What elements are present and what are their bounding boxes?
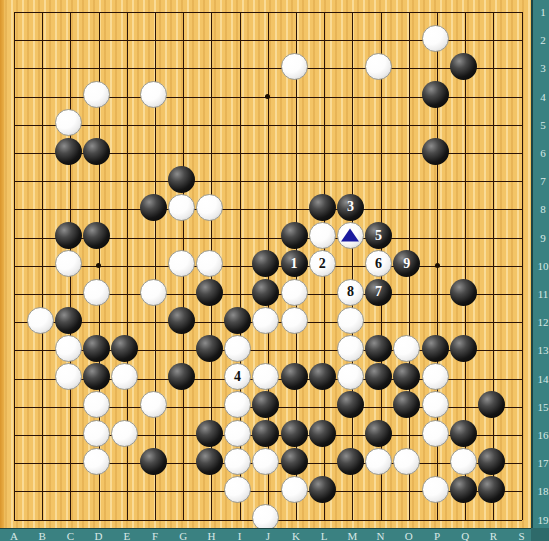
coord-label-row-18: 18: [538, 486, 549, 497]
stone-white-O17[interactable]: [393, 448, 420, 475]
stone-black-J11[interactable]: [252, 279, 279, 306]
stone-black-P13[interactable]: [422, 335, 449, 362]
stone-black-K9[interactable]: [281, 222, 308, 249]
coord-label-row-3: 3: [540, 63, 546, 74]
stone-black-K16[interactable]: [281, 420, 308, 447]
move-number-label: 8: [347, 285, 354, 299]
coord-label-row-4: 4: [540, 91, 546, 102]
star-point: [96, 263, 101, 268]
stone-black-C9[interactable]: [55, 222, 82, 249]
stone-black-C12[interactable]: [55, 307, 82, 334]
coord-label-row-12: 12: [538, 317, 549, 328]
coord-label-column-D: D: [95, 531, 103, 541]
coord-label-row-11: 11: [538, 289, 549, 300]
stone-white-J14[interactable]: [252, 363, 279, 390]
stone-white-K18[interactable]: [281, 476, 308, 503]
coord-label-row-9: 9: [540, 232, 546, 243]
stone-black-N16[interactable]: [365, 420, 392, 447]
stone-white-M11[interactable]: 8: [337, 279, 364, 306]
move-number-label: 1: [291, 256, 298, 270]
stone-white-D15[interactable]: [83, 391, 110, 418]
stone-black-Q16[interactable]: [450, 420, 477, 447]
stone-black-M17[interactable]: [337, 448, 364, 475]
coord-label-column-F: F: [152, 531, 158, 541]
stone-black-H13[interactable]: [196, 335, 223, 362]
stone-white-N10[interactable]: 6: [365, 250, 392, 277]
coord-label-column-E: E: [123, 531, 130, 541]
stone-black-R17[interactable]: [478, 448, 505, 475]
star-point: [435, 263, 440, 268]
stone-white-C14[interactable]: [55, 363, 82, 390]
coord-label-row-10: 10: [538, 260, 549, 271]
stone-white-J12[interactable]: [252, 307, 279, 334]
coord-label-row-5: 5: [540, 119, 546, 130]
coord-label-row-16: 16: [538, 430, 549, 441]
coord-label-column-P: P: [434, 531, 440, 541]
stone-white-P2[interactable]: [422, 25, 449, 52]
coordinate-strip-corner: [531, 528, 549, 541]
stone-white-C13[interactable]: [55, 335, 82, 362]
stone-white-G10[interactable]: [168, 250, 195, 277]
stone-white-Q17[interactable]: [450, 448, 477, 475]
stone-white-D16[interactable]: [83, 420, 110, 447]
move-number-label: 2: [319, 256, 326, 270]
stone-white-F11[interactable]: [140, 279, 167, 306]
stone-black-K10[interactable]: 1: [281, 250, 308, 277]
coord-label-column-I: I: [238, 531, 242, 541]
coord-label-row-6: 6: [540, 148, 546, 159]
move-number-label: 3: [347, 200, 354, 214]
stone-white-F15[interactable]: [140, 391, 167, 418]
stone-white-M9[interactable]: [337, 222, 364, 249]
stone-black-K17[interactable]: [281, 448, 308, 475]
stone-white-P16[interactable]: [422, 420, 449, 447]
stone-white-I16[interactable]: [224, 420, 251, 447]
coord-label-column-R: R: [490, 531, 497, 541]
stone-black-H11[interactable]: [196, 279, 223, 306]
grid-line-vertical: [493, 12, 494, 520]
stone-black-P4[interactable]: [422, 81, 449, 108]
stone-black-R18[interactable]: [478, 476, 505, 503]
stone-black-L16[interactable]: [309, 420, 336, 447]
stone-white-H8[interactable]: [196, 194, 223, 221]
coord-label-row-1: 1: [540, 7, 546, 18]
stone-white-E14[interactable]: [111, 363, 138, 390]
stone-white-D11[interactable]: [83, 279, 110, 306]
coord-label-column-H: H: [207, 531, 215, 541]
stone-white-I17[interactable]: [224, 448, 251, 475]
coord-label-column-M: M: [348, 531, 358, 541]
stone-white-C5[interactable]: [55, 109, 82, 136]
stone-black-M8[interactable]: 3: [337, 194, 364, 221]
stone-black-O10[interactable]: 9: [393, 250, 420, 277]
move-number-label: 9: [403, 256, 410, 270]
star-point: [265, 94, 270, 99]
stone-black-L18[interactable]: [309, 476, 336, 503]
stone-black-J15[interactable]: [252, 391, 279, 418]
stone-black-O14[interactable]: [393, 363, 420, 390]
stone-black-I12[interactable]: [224, 307, 251, 334]
stone-white-I14[interactable]: 4: [224, 363, 251, 390]
coord-label-column-O: O: [405, 531, 413, 541]
stone-black-O15[interactable]: [393, 391, 420, 418]
stone-white-P18[interactable]: [422, 476, 449, 503]
stone-white-N3[interactable]: [365, 53, 392, 80]
stone-white-I13[interactable]: [224, 335, 251, 362]
stone-white-G8[interactable]: [168, 194, 195, 221]
stone-black-G14[interactable]: [168, 363, 195, 390]
stone-white-L9[interactable]: [309, 222, 336, 249]
stone-black-M15[interactable]: [337, 391, 364, 418]
coord-label-column-G: G: [179, 531, 187, 541]
grid-line-vertical: [352, 12, 353, 520]
stone-black-J10[interactable]: [252, 250, 279, 277]
coord-label-row-2: 2: [540, 35, 546, 46]
stone-white-H10[interactable]: [196, 250, 223, 277]
stone-white-J17[interactable]: [252, 448, 279, 475]
move-number-label: 4: [234, 369, 241, 383]
stone-black-C6[interactable]: [55, 138, 82, 165]
stone-white-E16[interactable]: [111, 420, 138, 447]
stone-black-D6[interactable]: [83, 138, 110, 165]
stone-white-I15[interactable]: [224, 391, 251, 418]
coord-label-column-S: S: [519, 531, 525, 541]
stone-white-M12[interactable]: [337, 307, 364, 334]
stone-black-Q11[interactable]: [450, 279, 477, 306]
coord-label-row-19: 19: [538, 514, 549, 525]
coord-label-column-B: B: [39, 531, 46, 541]
stone-white-K11[interactable]: [281, 279, 308, 306]
stone-black-Q18[interactable]: [450, 476, 477, 503]
coord-label-column-Q: Q: [461, 531, 469, 541]
stone-black-D14[interactable]: [83, 363, 110, 390]
go-board[interactable]: 351269874: [0, 0, 531, 528]
stone-black-D9[interactable]: [83, 222, 110, 249]
coord-label-column-J: J: [266, 531, 270, 541]
move-number-label: 5: [375, 228, 382, 242]
stone-black-L14[interactable]: [309, 363, 336, 390]
stone-black-G12[interactable]: [168, 307, 195, 334]
coord-label-row-17: 17: [538, 458, 549, 469]
stone-black-H16[interactable]: [196, 420, 223, 447]
stone-black-G7[interactable]: [168, 166, 195, 193]
stone-white-I18[interactable]: [224, 476, 251, 503]
move-number-label: 6: [375, 256, 382, 270]
board-wood-edge: [0, 0, 5, 528]
stone-black-F17[interactable]: [140, 448, 167, 475]
stone-white-N17[interactable]: [365, 448, 392, 475]
stone-black-D13[interactable]: [83, 335, 110, 362]
stone-black-L8[interactable]: [309, 194, 336, 221]
coord-label-column-N: N: [377, 531, 385, 541]
stone-white-P15[interactable]: [422, 391, 449, 418]
coord-label-column-A: A: [10, 531, 18, 541]
stone-white-C10[interactable]: [55, 250, 82, 277]
stone-black-F8[interactable]: [140, 194, 167, 221]
stone-black-N9[interactable]: 5: [365, 222, 392, 249]
stone-white-O13[interactable]: [393, 335, 420, 362]
stone-white-M14[interactable]: [337, 363, 364, 390]
stone-black-N14[interactable]: [365, 363, 392, 390]
coord-label-column-C: C: [67, 531, 74, 541]
go-board-diagram: 351269874 12345678910111213141516171819 …: [0, 0, 549, 541]
stone-black-P6[interactable]: [422, 138, 449, 165]
coord-label-row-7: 7: [540, 176, 546, 187]
coord-label-row-14: 14: [538, 373, 549, 384]
stone-white-D4[interactable]: [83, 81, 110, 108]
stone-black-N11[interactable]: 7: [365, 279, 392, 306]
stone-white-D17[interactable]: [83, 448, 110, 475]
stone-white-B12[interactable]: [27, 307, 54, 334]
coord-label-row-13: 13: [538, 345, 549, 356]
stone-black-R15[interactable]: [478, 391, 505, 418]
grid-line-vertical: [522, 12, 523, 520]
stone-black-E13[interactable]: [111, 335, 138, 362]
stone-white-P14[interactable]: [422, 363, 449, 390]
stone-white-F4[interactable]: [140, 81, 167, 108]
coord-label-row-8: 8: [540, 204, 546, 215]
stone-white-K3[interactable]: [281, 53, 308, 80]
stone-black-Q13[interactable]: [450, 335, 477, 362]
stone-black-K14[interactable]: [281, 363, 308, 390]
stone-black-H17[interactable]: [196, 448, 223, 475]
stone-white-K12[interactable]: [281, 307, 308, 334]
stone-black-N13[interactable]: [365, 335, 392, 362]
column-coordinate-strip: ABCDEFGHIJKLMNOPQRS: [0, 528, 531, 541]
row-coordinate-strip: 12345678910111213141516171819: [531, 0, 549, 541]
stone-black-Q3[interactable]: [450, 53, 477, 80]
coord-label-column-L: L: [321, 531, 328, 541]
coord-label-column-K: K: [292, 531, 300, 541]
stone-white-M13[interactable]: [337, 335, 364, 362]
triangle-marker-icon: [341, 228, 359, 241]
stone-black-J16[interactable]: [252, 420, 279, 447]
move-number-label: 7: [375, 285, 382, 299]
stone-white-L10[interactable]: 2: [309, 250, 336, 277]
coord-label-row-15: 15: [538, 401, 549, 412]
